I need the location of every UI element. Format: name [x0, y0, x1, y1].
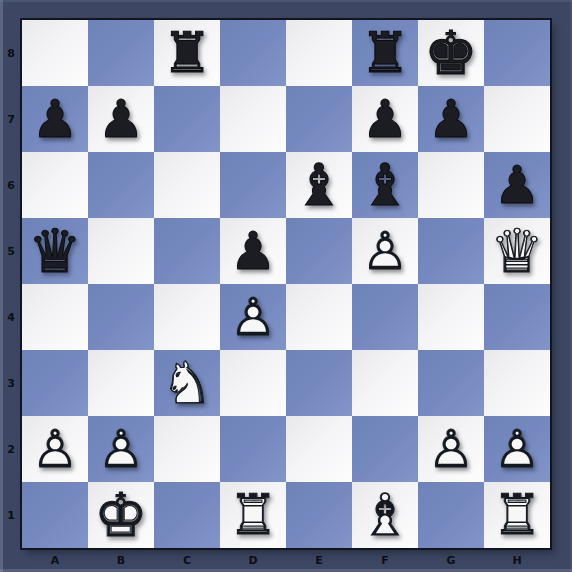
white-rook-outline-glyph: ♖: [220, 482, 286, 548]
piece-black-pawn[interactable]: ♟: [220, 218, 286, 284]
file-label-h: H: [484, 548, 550, 572]
chess-board-frame: ♜♜♚♟♟♟♟♝♝♟♛♟♟♙♛♕♟♙♞♘♟♙♟♙♟♙♟♙♚♔♜♖♝♗♜♖ 876…: [0, 0, 572, 572]
square-a8[interactable]: [22, 20, 88, 86]
black-bishop-glyph: ♝: [352, 152, 418, 218]
square-d6[interactable]: [220, 152, 286, 218]
piece-black-bishop[interactable]: ♝: [352, 152, 418, 218]
white-pawn-outline-glyph: ♙: [88, 416, 154, 482]
chess-board: ♜♜♚♟♟♟♟♝♝♟♛♟♟♙♛♕♟♙♞♘♟♙♟♙♟♙♟♙♚♔♜♖♝♗♜♖: [22, 20, 550, 548]
square-g6[interactable]: [418, 152, 484, 218]
piece-white-pawn[interactable]: ♟♙: [22, 416, 88, 482]
square-f2[interactable]: [352, 416, 418, 482]
square-e4[interactable]: [286, 284, 352, 350]
square-g7[interactable]: ♟: [418, 86, 484, 152]
square-f1[interactable]: ♝♗: [352, 482, 418, 548]
piece-black-pawn[interactable]: ♟: [418, 86, 484, 152]
black-rook-glyph: ♜: [154, 20, 220, 86]
square-d7[interactable]: [220, 86, 286, 152]
black-pawn-glyph: ♟: [22, 86, 88, 152]
rank-label-3: 3: [0, 350, 22, 416]
rank-label-7: 7: [0, 86, 22, 152]
rank-label-2: 2: [0, 416, 22, 482]
square-d1[interactable]: ♜♖: [220, 482, 286, 548]
square-g4[interactable]: [418, 284, 484, 350]
square-a2[interactable]: ♟♙: [22, 416, 88, 482]
rank-label-6: 6: [0, 152, 22, 218]
piece-black-pawn[interactable]: ♟: [352, 86, 418, 152]
white-queen-outline-glyph: ♕: [484, 218, 550, 284]
square-d2[interactable]: [220, 416, 286, 482]
rank-label-8: 8: [0, 20, 22, 86]
black-pawn-glyph: ♟: [484, 152, 550, 218]
square-a6[interactable]: [22, 152, 88, 218]
square-e1[interactable]: [286, 482, 352, 548]
black-pawn-glyph: ♟: [418, 86, 484, 152]
square-c1[interactable]: [154, 482, 220, 548]
square-b4[interactable]: [88, 284, 154, 350]
square-b7[interactable]: ♟: [88, 86, 154, 152]
piece-black-pawn[interactable]: ♟: [484, 152, 550, 218]
square-e3[interactable]: [286, 350, 352, 416]
square-e7[interactable]: [286, 86, 352, 152]
piece-white-pawn[interactable]: ♟♙: [88, 416, 154, 482]
square-f4[interactable]: [352, 284, 418, 350]
piece-white-pawn[interactable]: ♟♙: [418, 416, 484, 482]
black-bishop-glyph: ♝: [286, 152, 352, 218]
square-g1[interactable]: [418, 482, 484, 548]
black-pawn-glyph: ♟: [352, 86, 418, 152]
rank-label-4: 4: [0, 284, 22, 350]
square-h2[interactable]: ♟♙: [484, 416, 550, 482]
piece-black-bishop[interactable]: ♝: [286, 152, 352, 218]
square-f5[interactable]: ♟♙: [352, 218, 418, 284]
square-f8[interactable]: ♜: [352, 20, 418, 86]
square-h7[interactable]: [484, 86, 550, 152]
file-label-c: C: [154, 548, 220, 572]
white-bishop-outline-glyph: ♗: [352, 482, 418, 548]
square-b3[interactable]: [88, 350, 154, 416]
file-label-d: D: [220, 548, 286, 572]
piece-white-pawn[interactable]: ♟♙: [220, 284, 286, 350]
square-g8[interactable]: ♚: [418, 20, 484, 86]
white-rook-outline-glyph: ♖: [484, 482, 550, 548]
square-f6[interactable]: ♝: [352, 152, 418, 218]
square-a7[interactable]: ♟: [22, 86, 88, 152]
square-h3[interactable]: [484, 350, 550, 416]
piece-black-king[interactable]: ♚: [418, 20, 484, 86]
piece-white-rook[interactable]: ♜♖: [484, 482, 550, 548]
square-d3[interactable]: [220, 350, 286, 416]
white-pawn-outline-glyph: ♙: [484, 416, 550, 482]
square-b1[interactable]: ♚♔: [88, 482, 154, 548]
square-h8[interactable]: [484, 20, 550, 86]
piece-white-pawn[interactable]: ♟♙: [352, 218, 418, 284]
square-c7[interactable]: [154, 86, 220, 152]
file-label-b: B: [88, 548, 154, 572]
square-c5[interactable]: [154, 218, 220, 284]
piece-black-pawn[interactable]: ♟: [88, 86, 154, 152]
square-e8[interactable]: [286, 20, 352, 86]
white-pawn-outline-glyph: ♙: [22, 416, 88, 482]
piece-white-pawn[interactable]: ♟♙: [484, 416, 550, 482]
piece-black-rook[interactable]: ♜: [154, 20, 220, 86]
piece-black-queen[interactable]: ♛: [22, 218, 88, 284]
square-g2[interactable]: ♟♙: [418, 416, 484, 482]
square-c3[interactable]: ♞♘: [154, 350, 220, 416]
square-g3[interactable]: [418, 350, 484, 416]
square-c4[interactable]: [154, 284, 220, 350]
square-a4[interactable]: [22, 284, 88, 350]
white-king-outline-glyph: ♔: [88, 482, 154, 548]
square-a5[interactable]: ♛: [22, 218, 88, 284]
white-pawn-outline-glyph: ♙: [418, 416, 484, 482]
square-c2[interactable]: [154, 416, 220, 482]
square-d4[interactable]: ♟♙: [220, 284, 286, 350]
black-king-glyph: ♚: [418, 20, 484, 86]
square-c6[interactable]: [154, 152, 220, 218]
square-g5[interactable]: [418, 218, 484, 284]
square-c8[interactable]: ♜: [154, 20, 220, 86]
square-h6[interactable]: ♟: [484, 152, 550, 218]
square-b6[interactable]: [88, 152, 154, 218]
piece-white-queen[interactable]: ♛♕: [484, 218, 550, 284]
black-pawn-glyph: ♟: [88, 86, 154, 152]
white-knight-outline-glyph: ♘: [154, 350, 220, 416]
square-d8[interactable]: [220, 20, 286, 86]
piece-white-king[interactable]: ♚♔: [88, 482, 154, 548]
square-d5[interactable]: ♟: [220, 218, 286, 284]
square-a3[interactable]: [22, 350, 88, 416]
square-b5[interactable]: [88, 218, 154, 284]
file-label-e: E: [286, 548, 352, 572]
black-rook-glyph: ♜: [352, 20, 418, 86]
piece-white-rook[interactable]: ♜♖: [220, 482, 286, 548]
square-h5[interactable]: ♛♕: [484, 218, 550, 284]
square-e6[interactable]: ♝: [286, 152, 352, 218]
piece-white-knight[interactable]: ♞♘: [154, 350, 220, 416]
white-pawn-outline-glyph: ♙: [352, 218, 418, 284]
square-b8[interactable]: [88, 20, 154, 86]
white-pawn-outline-glyph: ♙: [220, 284, 286, 350]
square-h1[interactable]: ♜♖: [484, 482, 550, 548]
square-a1[interactable]: [22, 482, 88, 548]
square-f3[interactable]: [352, 350, 418, 416]
square-e5[interactable]: [286, 218, 352, 284]
piece-black-pawn[interactable]: ♟: [22, 86, 88, 152]
rank-label-1: 1: [0, 482, 22, 548]
file-label-a: A: [22, 548, 88, 572]
square-b2[interactable]: ♟♙: [88, 416, 154, 482]
rank-label-5: 5: [0, 218, 22, 284]
black-queen-glyph: ♛: [22, 218, 88, 284]
square-e2[interactable]: [286, 416, 352, 482]
black-pawn-glyph: ♟: [220, 218, 286, 284]
square-h4[interactable]: [484, 284, 550, 350]
piece-white-bishop[interactable]: ♝♗: [352, 482, 418, 548]
file-label-f: F: [352, 548, 418, 572]
piece-black-rook[interactable]: ♜: [352, 20, 418, 86]
file-label-g: G: [418, 548, 484, 572]
square-f7[interactable]: ♟: [352, 86, 418, 152]
